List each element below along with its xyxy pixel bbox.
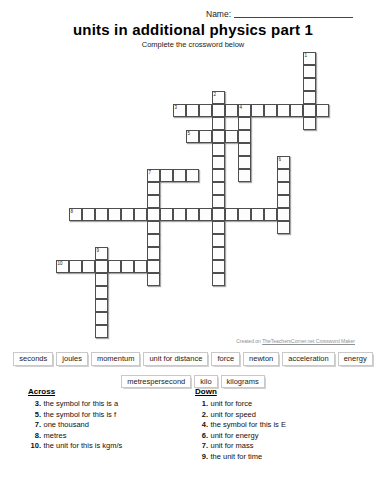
grid-cell[interactable]	[238, 169, 251, 182]
clue-item: 3.the symbol for this is a	[28, 399, 186, 410]
clue-item: 1.unit for force	[195, 399, 365, 410]
grid-cell[interactable]	[212, 143, 225, 156]
grid-cell[interactable]	[147, 260, 160, 273]
grid-cell[interactable]	[160, 208, 173, 221]
clue-item-number: 7.	[195, 441, 208, 452]
grid-cell[interactable]	[199, 104, 212, 117]
grid-cell[interactable]	[212, 117, 225, 130]
grid-cell[interactable]	[303, 78, 316, 91]
clue-item: 10.the unit for this is kgm/s	[28, 441, 186, 452]
clue-item-number: 5.	[28, 410, 41, 421]
page-subtitle: Complete the crossword below	[0, 40, 386, 49]
grid-cell[interactable]	[277, 169, 290, 182]
clue-item-text: unit for force	[211, 399, 366, 410]
grid-cell[interactable]	[147, 273, 160, 286]
grid-cell[interactable]	[225, 104, 238, 117]
grid-cell[interactable]	[108, 260, 121, 273]
down-clue-list: 1.unit for force2.unit for speed4.the sy…	[195, 399, 365, 463]
clue-item: 7.unit for mass	[195, 441, 365, 452]
clue-item-text: the symbol for this is f	[44, 410, 187, 421]
clue-item-text: unit for speed	[211, 410, 366, 421]
grid-cell[interactable]	[147, 221, 160, 234]
clue-item-number: 2.	[195, 410, 208, 421]
name-field-line[interactable]	[234, 1, 353, 18]
grid-cell[interactable]	[212, 247, 225, 260]
word-bank-item: newton	[243, 352, 279, 366]
grid-cell[interactable]	[82, 208, 95, 221]
grid-cell[interactable]	[212, 130, 225, 143]
word-bank-item: kilograms	[221, 375, 265, 389]
grid-cell[interactable]	[82, 260, 95, 273]
grid-cell[interactable]	[173, 208, 186, 221]
grid-cell[interactable]	[134, 208, 147, 221]
clue-item: 5.the symbol for this is f	[28, 410, 186, 421]
word-bank-row: metrespersecondkilokilograms	[0, 371, 386, 389]
word-bank-item: joules	[56, 352, 88, 366]
grid-cell[interactable]	[212, 221, 225, 234]
grid-cell[interactable]	[95, 312, 108, 325]
grid-cell[interactable]	[212, 260, 225, 273]
grid-cell[interactable]	[108, 208, 121, 221]
grid-cell[interactable]	[186, 104, 199, 117]
clue-item-number: 6.	[195, 431, 208, 442]
clue-item-number: 10.	[28, 441, 41, 452]
grid-cell[interactable]	[199, 208, 212, 221]
grid-cell[interactable]	[134, 260, 147, 273]
grid-cell[interactable]	[290, 104, 303, 117]
grid-cell[interactable]	[277, 182, 290, 195]
clue-item-number: 4.	[195, 420, 208, 431]
grid-cell[interactable]	[251, 208, 264, 221]
grid-cell[interactable]	[238, 156, 251, 169]
grid-cell[interactable]	[95, 273, 108, 286]
grid-cell[interactable]	[238, 208, 251, 221]
clue-item-text: metres	[44, 431, 187, 442]
page-title: units in additional physics part 1	[0, 21, 386, 38]
word-bank-item: momentum	[91, 352, 141, 366]
clue-number: 10	[58, 261, 63, 266]
across-heading: Across	[28, 387, 186, 396]
word-bank-item: acceleration	[282, 352, 334, 366]
clue-number: 8	[71, 209, 74, 214]
grid-cell[interactable]: 7	[147, 169, 160, 182]
grid-cell[interactable]	[95, 208, 108, 221]
down-heading: Down	[195, 387, 365, 396]
grid-cell[interactable]	[95, 325, 108, 338]
grid-cell[interactable]	[173, 169, 186, 182]
grid-cell[interactable]	[277, 195, 290, 208]
grid-cell[interactable]	[186, 208, 199, 221]
grid-cell[interactable]: 3	[173, 104, 186, 117]
clue-item-text: unit for mass	[211, 441, 366, 452]
grid-cell[interactable]	[277, 221, 290, 234]
grid-cell[interactable]	[212, 273, 225, 286]
grid-cell[interactable]	[277, 104, 290, 117]
grid-cell[interactable]	[199, 130, 212, 143]
grid-cell[interactable]	[121, 208, 134, 221]
grid-cell[interactable]	[212, 195, 225, 208]
grid-cell[interactable]	[303, 104, 316, 117]
grid-cell[interactable]	[69, 260, 82, 273]
clue-item-text: the symbol for this is a	[44, 399, 187, 410]
name-label: Name:	[206, 9, 231, 19]
grid-cell[interactable]	[147, 234, 160, 247]
grid-cell[interactable]: 6	[277, 156, 290, 169]
grid-cell[interactable]	[303, 65, 316, 78]
clue-item: 6.unit for energy	[195, 431, 365, 442]
clue-item-number: 1.	[195, 399, 208, 410]
clue-number: 9	[97, 248, 100, 253]
clue-item-text: the unit for this is kgm/s	[44, 441, 187, 452]
grid-cell[interactable]	[303, 117, 316, 130]
grid-cell[interactable]	[238, 117, 251, 130]
clue-item: 4.the symbol for this is E	[195, 420, 365, 431]
clue-item-number: 8.	[28, 431, 41, 442]
grid-cell[interactable]	[160, 169, 173, 182]
grid-cell[interactable]	[212, 104, 225, 117]
word-bank-row: secondsjoulesmomentumunit for distancefo…	[0, 348, 386, 366]
clue-number: 4	[240, 105, 243, 110]
credit-line: Created on TheTeachersCorner.net Crosswo…	[0, 338, 355, 344]
grid-cell[interactable]	[121, 260, 134, 273]
word-bank-item: seconds	[13, 352, 53, 366]
grid-cell[interactable]	[212, 169, 225, 182]
grid-cell[interactable]	[186, 169, 199, 182]
clue-item-text: the symbol for this is E	[211, 420, 366, 431]
down-clues-section: Down 1.unit for force2.unit for speed4.t…	[195, 387, 365, 463]
credit-prefix: Created on	[236, 338, 262, 344]
grid-cell[interactable]	[225, 208, 238, 221]
clue-number: 6	[279, 157, 282, 162]
grid-cell[interactable]: 10	[56, 260, 69, 273]
clue-number: 7	[149, 170, 152, 175]
clue-item-number: 3.	[28, 399, 41, 410]
grid-cell[interactable]	[277, 208, 290, 221]
clue-item-number: 7.	[28, 420, 41, 431]
grid-cell[interactable]	[212, 234, 225, 247]
grid-cell[interactable]	[147, 247, 160, 260]
grid-cell[interactable]	[147, 208, 160, 221]
word-bank-item: metrespersecond	[121, 375, 191, 389]
grid-cell[interactable]	[212, 182, 225, 195]
clue-item: 2.unit for speed	[195, 410, 365, 421]
grid-cell[interactable]	[238, 143, 251, 156]
clue-item-text: unit for energy	[211, 431, 366, 442]
grid-cell[interactable]: 8	[69, 208, 82, 221]
credit-link[interactable]: TheTeachersCorner.net Crossword Maker	[262, 338, 355, 344]
clue-number: 5	[188, 131, 191, 136]
name-row: Name:	[206, 9, 231, 19]
clue-item-text: the unit for time	[211, 452, 366, 463]
grid-cell[interactable]	[225, 130, 238, 143]
grid-cell[interactable]	[95, 299, 108, 312]
grid-cell[interactable]	[95, 260, 108, 273]
clue-item: 8.metres	[28, 431, 186, 442]
grid-cell[interactable]	[264, 208, 277, 221]
crossword-grid: 12345678910	[56, 52, 329, 338]
word-bank-item: kilo	[194, 375, 217, 389]
grid-cell[interactable]	[251, 104, 264, 117]
grid-cell[interactable]	[212, 208, 225, 221]
grid-cell[interactable]	[212, 156, 225, 169]
grid-cell[interactable]: 2	[212, 91, 225, 104]
grid-cell[interactable]	[303, 91, 316, 104]
grid-cell[interactable]: 4	[238, 104, 251, 117]
across-clues-section: Across 3.the symbol for this is a5.the s…	[28, 387, 186, 452]
grid-cell[interactable]	[147, 195, 160, 208]
grid-cell[interactable]	[95, 286, 108, 299]
word-bank-item: energy	[338, 352, 373, 366]
word-bank-item: unit for distance	[143, 352, 208, 366]
across-clue-list: 3.the symbol for this is a5.the symbol f…	[28, 399, 186, 452]
grid-cell[interactable]: 5	[186, 130, 199, 143]
clue-item-number: 9.	[195, 452, 208, 463]
clue-item-text: one thousand	[44, 420, 187, 431]
word-bank-item: force	[211, 352, 240, 366]
clue-item: 7.one thousand	[28, 420, 186, 431]
grid-cell[interactable]	[264, 104, 277, 117]
grid-cell[interactable]	[316, 104, 329, 117]
worksheet-page: Name: units in additional physics part 1…	[0, 0, 386, 500]
grid-cell[interactable]: 1	[303, 52, 316, 65]
grid-cell[interactable]	[238, 130, 251, 143]
grid-cell[interactable]	[147, 182, 160, 195]
clue-item: 9.the unit for time	[195, 452, 365, 463]
grid-cell[interactable]: 9	[95, 247, 108, 260]
clue-number: 2	[214, 92, 217, 97]
clue-number: 1	[305, 53, 308, 58]
clue-number: 3	[175, 105, 178, 110]
